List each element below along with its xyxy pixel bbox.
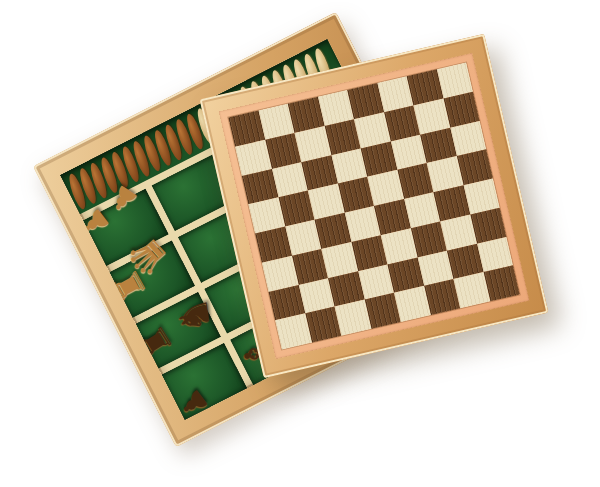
product-photo-scene: ♟♟♛♜♜♞♝♟ (0, 0, 600, 487)
dark-knight: ♞ (172, 293, 217, 338)
